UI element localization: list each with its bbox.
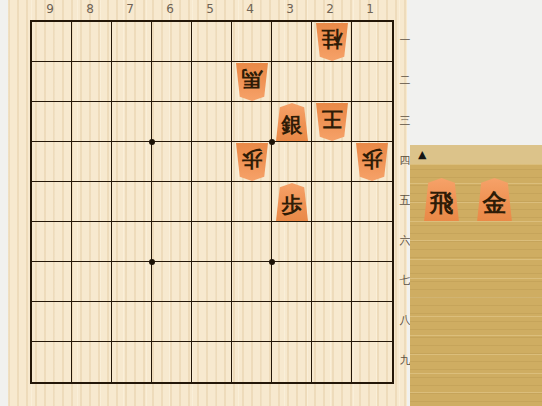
piece-gote-pawn-14[interactable]: 歩 — [355, 143, 389, 181]
rank-label-1: 一 — [397, 20, 413, 60]
square-5-1[interactable] — [192, 22, 232, 62]
square-4-1[interactable] — [232, 22, 272, 62]
square-2-9[interactable] — [312, 342, 352, 382]
square-9-8[interactable] — [32, 302, 72, 342]
square-3-8[interactable] — [272, 302, 312, 342]
square-5-9[interactable] — [192, 342, 232, 382]
rank-label-2: 二 — [397, 60, 413, 100]
square-5-3[interactable] — [192, 102, 232, 142]
piece-gote-king-23[interactable]: 王 — [315, 103, 349, 141]
square-4-8[interactable] — [232, 302, 272, 342]
square-6-5[interactable] — [152, 182, 192, 222]
square-9-9[interactable] — [32, 342, 72, 382]
square-8-6[interactable] — [72, 222, 112, 262]
komadai-header: ▲ — [410, 145, 542, 164]
piece-glyph: 王 — [322, 109, 343, 130]
square-6-8[interactable] — [152, 302, 192, 342]
square-4-3[interactable] — [232, 102, 272, 142]
file-label-9: 9 — [30, 2, 70, 16]
square-8-5[interactable] — [72, 182, 112, 222]
square-4-6[interactable] — [232, 222, 272, 262]
square-5-6[interactable] — [192, 222, 232, 262]
piece-sente-silver-33[interactable]: 銀 — [275, 103, 309, 141]
square-8-2[interactable] — [72, 62, 112, 102]
piece-sente-pawn-35[interactable]: 歩 — [275, 183, 309, 221]
square-9-3[interactable] — [32, 102, 72, 142]
piece-glyph: 歩 — [362, 149, 383, 170]
square-8-1[interactable] — [72, 22, 112, 62]
square-3-1[interactable] — [272, 22, 312, 62]
square-3-6[interactable] — [272, 222, 312, 262]
file-label-3: 3 — [270, 2, 310, 16]
file-label-2: 2 — [310, 2, 350, 16]
square-3-2[interactable] — [272, 62, 312, 102]
square-8-4[interactable] — [72, 142, 112, 182]
square-8-3[interactable] — [72, 102, 112, 142]
square-6-7[interactable] — [152, 262, 192, 302]
star-point — [149, 259, 155, 265]
square-8-9[interactable] — [72, 342, 112, 382]
square-8-7[interactable] — [72, 262, 112, 302]
square-7-5[interactable] — [112, 182, 152, 222]
square-5-4[interactable] — [192, 142, 232, 182]
square-6-9[interactable] — [152, 342, 192, 382]
square-2-2[interactable] — [312, 62, 352, 102]
sente-marker: ▲ — [410, 149, 426, 160]
file-label-5: 5 — [190, 2, 230, 16]
piece-gote-pawn-44[interactable]: 歩 — [235, 143, 269, 181]
file-label-7: 7 — [110, 2, 150, 16]
square-2-7[interactable] — [312, 262, 352, 302]
square-9-4[interactable] — [32, 142, 72, 182]
square-1-5[interactable] — [352, 182, 392, 222]
shogi-board — [30, 20, 394, 384]
square-8-8[interactable] — [72, 302, 112, 342]
piece-glyph: 馬 — [242, 69, 263, 90]
square-1-6[interactable] — [352, 222, 392, 262]
square-6-4[interactable] — [152, 142, 192, 182]
square-2-5[interactable] — [312, 182, 352, 222]
star-point — [269, 259, 275, 265]
piece-gote-promoted-bishop-horse-42[interactable]: 馬 — [235, 63, 269, 101]
square-9-2[interactable] — [32, 62, 72, 102]
square-7-2[interactable] — [112, 62, 152, 102]
square-1-7[interactable] — [352, 262, 392, 302]
square-9-6[interactable] — [32, 222, 72, 262]
file-label-4: 4 — [230, 2, 270, 16]
square-6-3[interactable] — [152, 102, 192, 142]
square-1-3[interactable] — [352, 102, 392, 142]
board-panel: 987654321 一二三四五六七八九 桂馬銀王歩歩歩 — [8, 0, 407, 406]
square-6-2[interactable] — [152, 62, 192, 102]
square-5-5[interactable] — [192, 182, 232, 222]
piece-glyph: 金 — [483, 191, 507, 215]
square-5-2[interactable] — [192, 62, 232, 102]
square-7-3[interactable] — [112, 102, 152, 142]
square-7-6[interactable] — [112, 222, 152, 262]
rank-label-3: 三 — [397, 100, 413, 140]
star-point — [149, 139, 155, 145]
square-9-1[interactable] — [32, 22, 72, 62]
file-label-8: 8 — [70, 2, 110, 16]
square-6-1[interactable] — [152, 22, 192, 62]
square-4-5[interactable] — [232, 182, 272, 222]
square-5-8[interactable] — [192, 302, 232, 342]
square-4-7[interactable] — [232, 262, 272, 302]
file-label-1: 1 — [350, 2, 390, 16]
square-3-9[interactable] — [272, 342, 312, 382]
square-7-9[interactable] — [112, 342, 152, 382]
shogi-app: 987654321 一二三四五六七八九 桂馬銀王歩歩歩 ▲ 飛金 — [0, 0, 542, 406]
square-1-1[interactable] — [352, 22, 392, 62]
square-2-4[interactable] — [312, 142, 352, 182]
piece-glyph: 歩 — [282, 195, 303, 216]
piece-glyph: 歩 — [242, 149, 263, 170]
file-label-6: 6 — [150, 2, 190, 16]
square-1-2[interactable] — [352, 62, 392, 102]
piece-glyph: 銀 — [282, 115, 303, 136]
hand-piece-gold[interactable]: 金 — [476, 178, 513, 221]
piece-gote-knight-21[interactable]: 桂 — [315, 23, 349, 61]
square-9-5[interactable] — [32, 182, 72, 222]
square-7-8[interactable] — [112, 302, 152, 342]
square-2-6[interactable] — [312, 222, 352, 262]
square-9-7[interactable] — [32, 262, 72, 302]
square-3-7[interactable] — [272, 262, 312, 302]
komadai-sente: ▲ 飛金 — [410, 145, 542, 406]
square-4-9[interactable] — [232, 342, 272, 382]
square-7-1[interactable] — [112, 22, 152, 62]
hand-piece-rook[interactable]: 飛 — [423, 178, 460, 221]
piece-glyph: 飛 — [430, 191, 454, 215]
square-5-7[interactable] — [192, 262, 232, 302]
square-1-9[interactable] — [352, 342, 392, 382]
piece-glyph: 桂 — [322, 29, 343, 50]
square-6-6[interactable] — [152, 222, 192, 262]
square-3-4[interactable] — [272, 142, 312, 182]
square-1-8[interactable] — [352, 302, 392, 342]
square-7-4[interactable] — [112, 142, 152, 182]
square-2-8[interactable] — [312, 302, 352, 342]
star-point — [269, 139, 275, 145]
square-7-7[interactable] — [112, 262, 152, 302]
hand-sente: 飛金 — [423, 178, 513, 221]
